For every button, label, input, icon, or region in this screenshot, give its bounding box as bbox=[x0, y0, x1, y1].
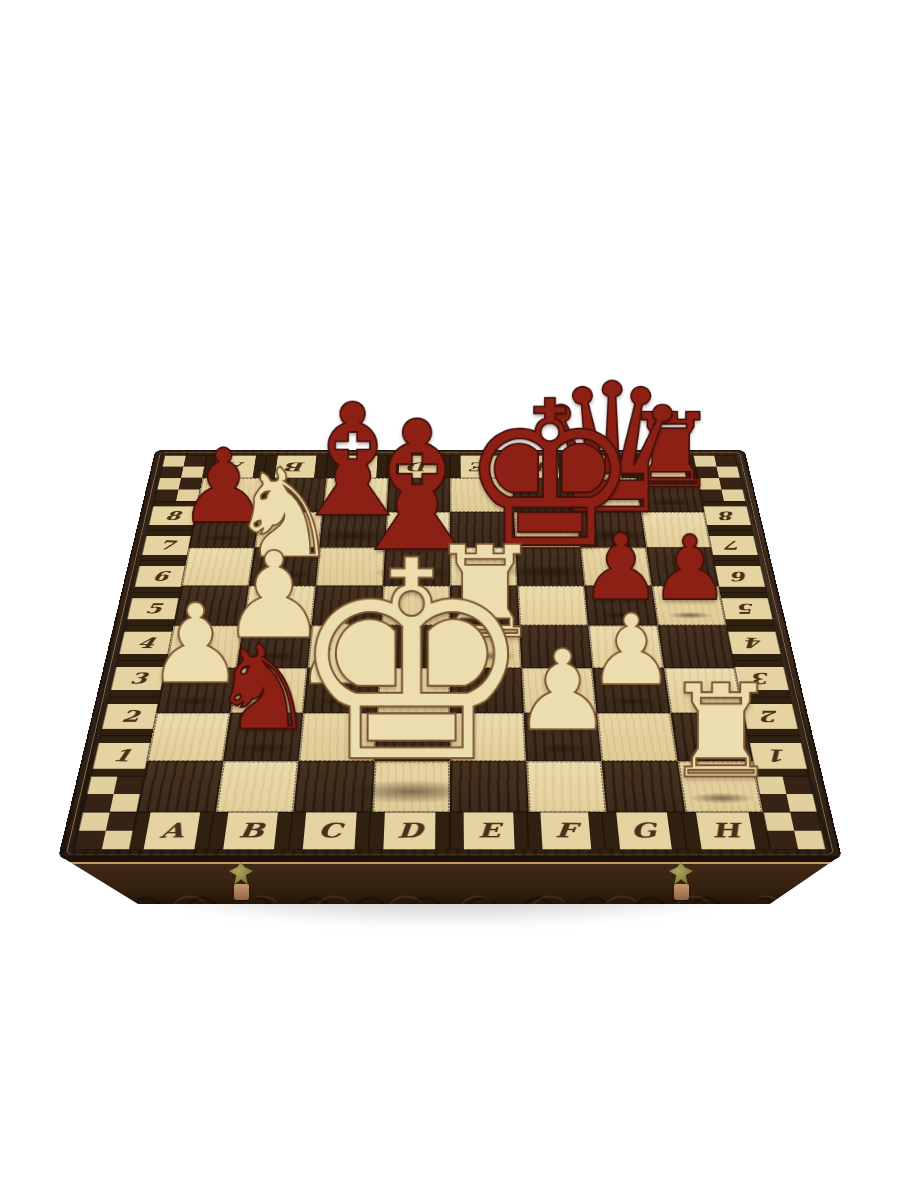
border-corner bbox=[74, 812, 137, 850]
rank-right-label-5: 5 bbox=[737, 602, 757, 615]
file-label-B: B bbox=[237, 821, 264, 841]
rank-right-label-6: 6 bbox=[730, 570, 749, 583]
piece-shadow bbox=[232, 743, 292, 753]
border-corner bbox=[763, 812, 826, 850]
piece-shadow bbox=[607, 698, 657, 706]
clasp-left bbox=[228, 862, 254, 902]
piece-shadow bbox=[688, 792, 754, 803]
rank-label-1: 1 bbox=[111, 747, 133, 764]
white-rook[interactable]: ♜ bbox=[663, 672, 778, 794]
file-back-label-G: G bbox=[589, 460, 611, 472]
square-a1[interactable] bbox=[137, 761, 223, 812]
file-label-A: A bbox=[159, 820, 185, 841]
square-d1[interactable]: ♚ bbox=[372, 761, 450, 812]
rank-right-label-7: 7 bbox=[725, 539, 741, 552]
clasp-right bbox=[668, 862, 694, 902]
rank-label-8: 8 bbox=[164, 510, 181, 522]
rank-label-5: 5 bbox=[144, 602, 162, 615]
box-front-face bbox=[60, 856, 840, 904]
rank-label-7: 7 bbox=[158, 539, 176, 552]
clasp-right-ornament bbox=[669, 862, 693, 886]
file-label-C: C bbox=[318, 820, 343, 841]
file-back-label-E: E bbox=[471, 461, 490, 473]
file-tile-B: B bbox=[208, 812, 293, 850]
file-back-label-D: D bbox=[409, 460, 429, 472]
rank-right-label-2: 2 bbox=[760, 708, 780, 724]
file-tile-H: H bbox=[681, 812, 770, 850]
play-area: ♜♟♝♛♞♝♚♟♟♟♜♟♟♟♞♟♚♜ bbox=[137, 478, 763, 812]
product-photo-scene: ABCDEFGH ABCDEFGH 87654321 87654321 ♜♟♝♛… bbox=[0, 0, 900, 1200]
file-tile-E: E bbox=[450, 812, 528, 850]
piece-shadow bbox=[534, 744, 591, 753]
clasp-left-ornament bbox=[229, 862, 253, 886]
rank-label-6: 6 bbox=[151, 570, 169, 583]
file-back-label-H: H bbox=[652, 461, 675, 473]
rank-tile-2: 2 bbox=[100, 697, 159, 736]
file-tile-F: F bbox=[527, 812, 606, 850]
rank-tile-1: 1 bbox=[91, 736, 152, 777]
file-label-H: H bbox=[709, 821, 741, 841]
clasp-right-tab bbox=[674, 884, 689, 900]
file-tile-A: A bbox=[130, 812, 214, 850]
file-label-F: F bbox=[555, 820, 577, 841]
border-corner bbox=[83, 776, 144, 812]
chess-board: ABCDEFGH ABCDEFGH 87654321 87654321 ♜♟♝♛… bbox=[60, 451, 840, 858]
clasp-left-tab bbox=[234, 884, 249, 900]
file-tile-G: G bbox=[602, 812, 687, 850]
file-tile-C: C bbox=[289, 812, 370, 850]
white-king[interactable]: ♚ bbox=[288, 532, 535, 794]
file-tile-D: D bbox=[369, 812, 451, 850]
square-b1[interactable] bbox=[215, 761, 298, 812]
rank-right-tile-4: 4 bbox=[726, 625, 782, 660]
file-back-label-F: F bbox=[531, 460, 548, 472]
file-label-D: D bbox=[397, 820, 423, 841]
rank-label-2: 2 bbox=[120, 708, 140, 724]
file-label-G: G bbox=[629, 820, 658, 841]
border-bottom: ABCDEFGH bbox=[74, 812, 826, 850]
rank-right-label-8: 8 bbox=[718, 510, 736, 522]
rank-right-label-1: 1 bbox=[768, 747, 788, 764]
file-back-label-C: C bbox=[347, 460, 368, 472]
file-back-label-A: A bbox=[225, 460, 244, 472]
square-h1[interactable]: ♜ bbox=[677, 761, 763, 812]
file-label-E: E bbox=[477, 821, 500, 841]
file-back-label-B: B bbox=[286, 461, 306, 473]
rank-label-3: 3 bbox=[129, 671, 148, 686]
rank-right-label-3: 3 bbox=[751, 671, 772, 686]
square-f1[interactable] bbox=[526, 761, 607, 812]
rank-right-label-4: 4 bbox=[745, 635, 763, 649]
